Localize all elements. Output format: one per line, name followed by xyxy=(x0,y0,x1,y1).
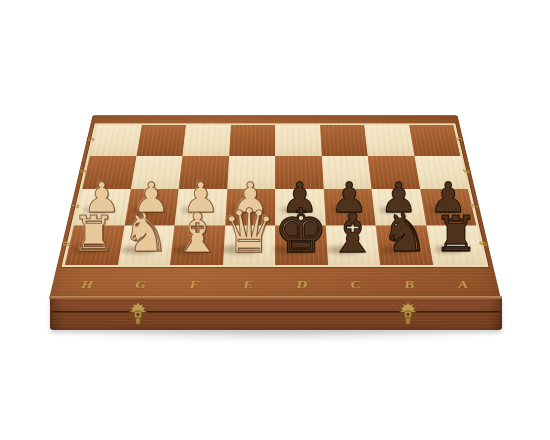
file-label-g: G xyxy=(135,279,147,290)
file-label-b: B xyxy=(404,279,415,290)
piece-white-queen-e8[interactable]: ♛ xyxy=(222,201,276,262)
square-f5[interactable] xyxy=(182,125,230,156)
square-h5[interactable] xyxy=(90,125,142,156)
piece-black-bishop-c8[interactable]: ♝ xyxy=(328,206,377,261)
piece-white-knight-g8[interactable]: ♞ xyxy=(122,207,170,260)
chess-set-photo: HGFEDCBA55667788 ♟♟♟♟♟♟♟♟♜♞♝♛♚♝♞♜ xyxy=(0,0,550,440)
piece-black-rook-a8[interactable]: ♜ xyxy=(434,210,478,259)
file-label-c: C xyxy=(350,279,361,290)
piece-white-bishop-f8[interactable]: ♝ xyxy=(173,206,222,261)
box-drop-shadow xyxy=(68,329,484,339)
square-c5[interactable] xyxy=(320,125,368,156)
brass-clasp-left xyxy=(126,301,150,327)
piece-black-king-d8[interactable]: ♚ xyxy=(274,201,328,262)
file-label-f: F xyxy=(189,279,200,290)
square-d5[interactable] xyxy=(275,125,321,156)
box-front-top-edge xyxy=(50,296,502,299)
box-fold-seam xyxy=(51,311,501,314)
file-label-d: D xyxy=(296,279,307,290)
brass-clasp-right xyxy=(396,301,420,327)
piece-black-knight-b8[interactable]: ♞ xyxy=(381,207,429,260)
rank-label-left-5: 5 xyxy=(85,136,97,142)
file-label-h: H xyxy=(80,279,94,290)
rank-label-right-5: 5 xyxy=(452,136,464,142)
file-label-e: E xyxy=(243,279,253,290)
pieces-layer: ♟♟♟♟♟♟♟♟♜♞♝♛♚♝♞♜ xyxy=(0,0,550,440)
square-e5[interactable] xyxy=(229,125,275,156)
square-b5[interactable] xyxy=(364,125,414,156)
file-label-a: A xyxy=(457,279,469,290)
piece-white-rook-h8[interactable]: ♜ xyxy=(72,210,116,259)
square-g5[interactable] xyxy=(136,125,186,156)
box-front-panel xyxy=(50,296,502,330)
